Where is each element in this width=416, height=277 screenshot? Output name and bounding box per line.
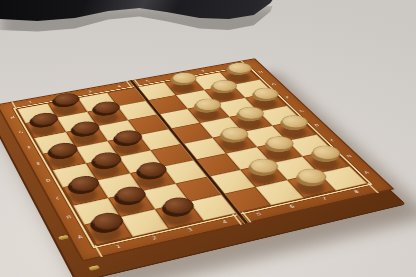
coord-label-1: 1 [28, 101, 33, 104]
coord-label-G: G [18, 130, 23, 134]
coord-label-5: 5 [145, 80, 150, 83]
coord-label-4: 4 [221, 220, 228, 225]
coord-label-C: C [55, 196, 61, 200]
coord-label-G: G [271, 83, 277, 86]
coord-label-F: F [27, 146, 33, 150]
coord-label-2: 2 [151, 236, 158, 241]
coord-label-B: B [346, 154, 353, 158]
coord-label-5: 5 [255, 212, 262, 217]
coord-label-B: B [66, 215, 72, 220]
coord-label-3: 3 [87, 90, 92, 93]
coord-label-E: E [299, 110, 305, 113]
inlay-line [94, 245, 103, 257]
coord-label-C: C [329, 139, 336, 143]
coord-label-A: A [363, 171, 370, 175]
coord-label-D: D [45, 178, 51, 182]
coord-label-A: A [77, 235, 84, 240]
coord-label-8: 8 [353, 190, 360, 194]
coord-label-H: H [258, 71, 264, 74]
coord-label-4: 4 [116, 85, 121, 88]
coord-label-6: 6 [289, 204, 296, 209]
coord-label-E: E [36, 162, 42, 166]
scene: HHGGFFEEDDCCBBAA1122334455667788 [0, 0, 416, 277]
coord-label-3: 3 [187, 228, 194, 233]
coord-label-7: 7 [321, 197, 328, 201]
inlay-line [367, 183, 379, 193]
coord-label-H: H [10, 116, 15, 119]
square-e1[interactable] [43, 147, 86, 170]
coord-label-7: 7 [200, 70, 205, 73]
inlay-line [11, 101, 17, 109]
coord-label-1: 1 [115, 244, 122, 249]
coord-label-F: F [285, 96, 291, 99]
coord-label-D: D [314, 124, 320, 128]
board-3d-wrapper: HHGGFFEEDDCCBBAA1122334455667788 [0, 58, 395, 262]
